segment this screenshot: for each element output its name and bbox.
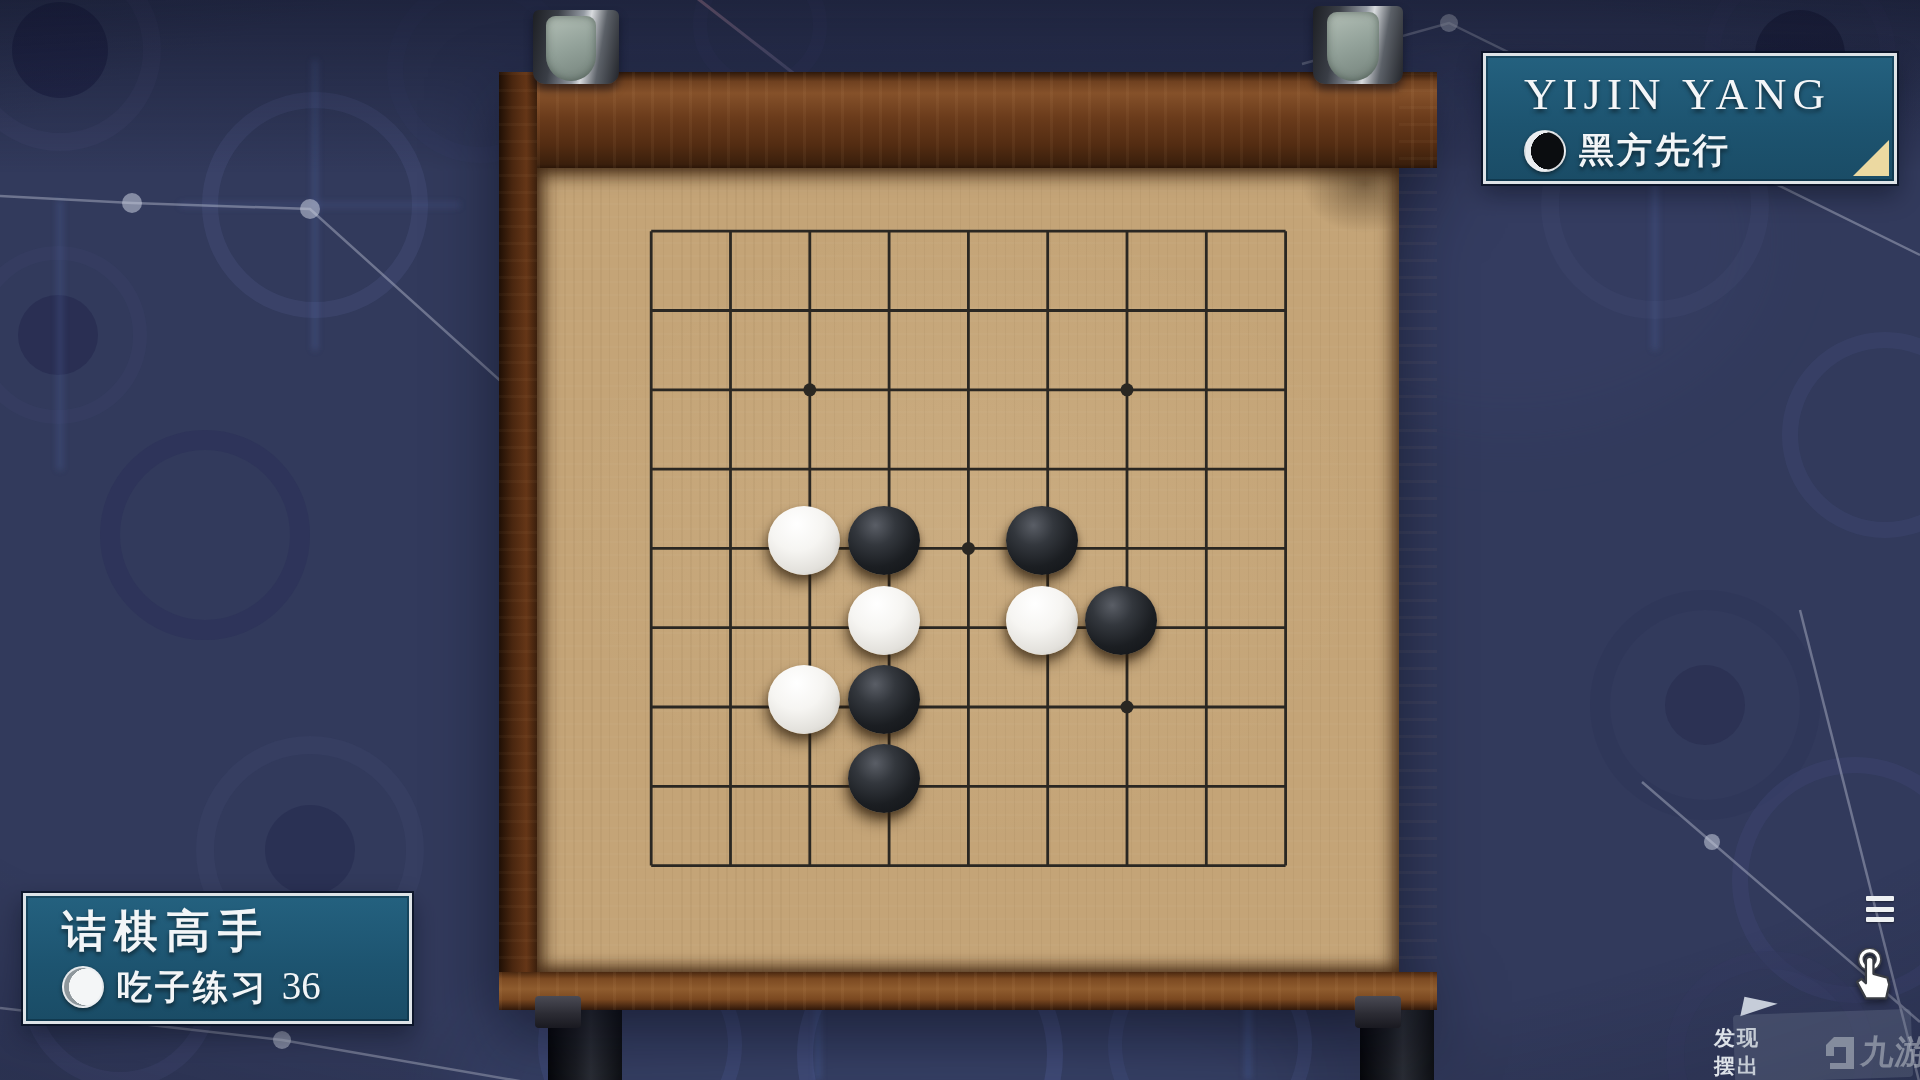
puzzle-panel-title: 诘棋高手 — [62, 909, 409, 953]
turn-indicator-label: 黑方先行 — [1579, 127, 1731, 174]
board-clamp-left — [533, 10, 619, 84]
black-stone — [1006, 506, 1078, 575]
board-frame-right — [1399, 72, 1437, 1010]
player-panel-title: YIJIN YANG — [1524, 72, 1894, 117]
black-stone — [848, 744, 920, 813]
panel-corner-fold[interactable] — [1853, 140, 1889, 176]
board-frame-top — [499, 72, 1437, 168]
board-frame-left — [499, 72, 537, 1010]
watermark-logo-icon — [1824, 1035, 1856, 1071]
game-screen: YIJIN YANG 黑方先行 诘棋高手 吃子练习 36 发现 摆出 九游 — [0, 0, 1920, 1080]
watermark: 九游 — [1824, 1030, 1920, 1075]
board-clamp-right — [1313, 6, 1403, 84]
white-stone — [768, 506, 840, 575]
black-stone — [1085, 586, 1157, 655]
puzzle-panel: 诘棋高手 吃子练习 36 — [23, 893, 412, 1024]
puzzle-subtitle: 吃子练习 36 — [117, 963, 321, 1011]
stand-corner-bracket-left — [535, 996, 581, 1028]
menu-button[interactable] — [1866, 896, 1894, 922]
tap-hand-cursor-icon — [1850, 948, 1902, 1006]
watermark-text: 九游 — [1859, 1030, 1920, 1075]
black-stone — [848, 665, 920, 734]
black-stone — [848, 506, 920, 575]
white-stone — [1006, 586, 1078, 655]
hamburger-icon — [1866, 896, 1894, 901]
board-frame-bottom — [499, 972, 1437, 1010]
player-panel: YIJIN YANG 黑方先行 — [1483, 53, 1897, 184]
white-stone-icon — [62, 966, 104, 1008]
white-stone — [848, 586, 920, 655]
white-stone — [768, 665, 840, 734]
stand-corner-bracket-right — [1355, 996, 1401, 1028]
black-stone-icon — [1524, 130, 1566, 172]
stones-grid[interactable] — [611, 191, 1325, 905]
puzzle-number: 36 — [282, 964, 321, 1007]
